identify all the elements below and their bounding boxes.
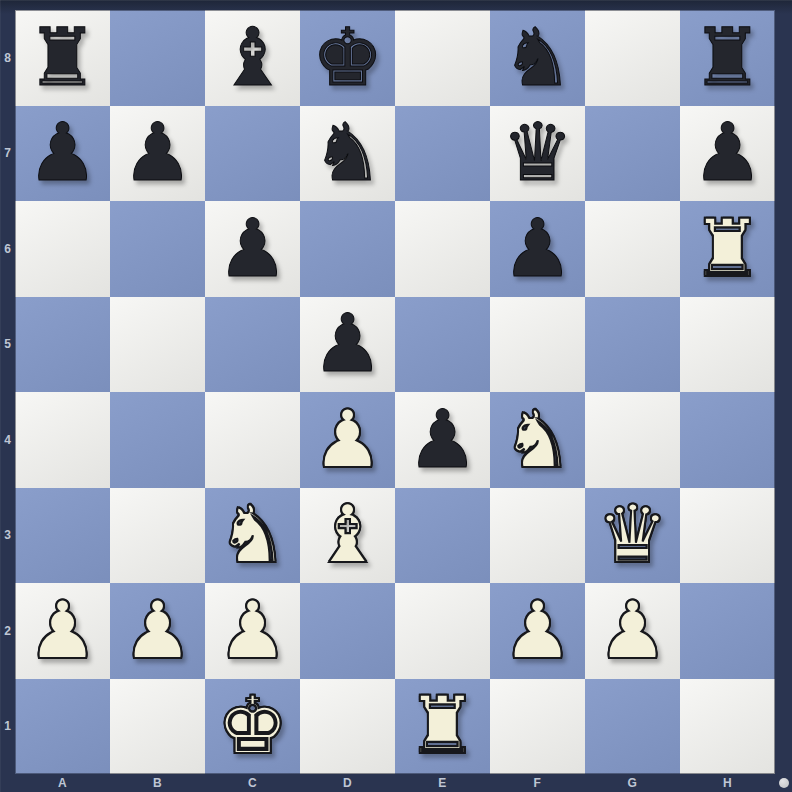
black-pawn[interactable]: ♟ — [407, 400, 479, 480]
square-g3[interactable]: ♛ — [585, 488, 680, 584]
square-g8[interactable] — [585, 10, 680, 106]
corner-dot-cell — [775, 774, 792, 792]
square-h8[interactable]: ♜ — [680, 10, 775, 106]
square-g5[interactable] — [585, 297, 680, 393]
square-c5[interactable] — [205, 297, 300, 393]
rank-label-7: 7 — [0, 106, 15, 202]
square-g7[interactable] — [585, 106, 680, 202]
black-rook[interactable]: ♜ — [27, 18, 99, 98]
square-d8[interactable]: ♚ — [300, 10, 395, 106]
rank-label-1: 1 — [0, 679, 15, 775]
square-e8[interactable] — [395, 10, 490, 106]
file-label-f: F — [490, 774, 585, 792]
white-pawn[interactable]: ♟ — [597, 591, 669, 671]
square-a2[interactable]: ♟ — [15, 583, 110, 679]
square-g6[interactable] — [585, 201, 680, 297]
square-d1[interactable] — [300, 679, 395, 775]
file-label-b: B — [110, 774, 205, 792]
square-d7[interactable]: ♞ — [300, 106, 395, 202]
square-g2[interactable]: ♟ — [585, 583, 680, 679]
black-pawn[interactable]: ♟ — [312, 304, 384, 384]
square-b8[interactable] — [110, 10, 205, 106]
square-h7[interactable]: ♟ — [680, 106, 775, 202]
rank-label-4: 4 — [0, 392, 15, 488]
square-a8[interactable]: ♜ — [15, 10, 110, 106]
square-c6[interactable]: ♟ — [205, 201, 300, 297]
square-c1[interactable]: ♚ — [205, 679, 300, 775]
square-h4[interactable] — [680, 392, 775, 488]
square-h6[interactable]: ♜ — [680, 201, 775, 297]
square-e7[interactable] — [395, 106, 490, 202]
chess-board-frame: 87654321ABCDEFGH♜♝♚♞♜♟♟♞♛♟♟♟♜♟♟♟♞♞♝♛♟♟♟♟… — [0, 0, 792, 792]
square-b7[interactable]: ♟ — [110, 106, 205, 202]
black-queen[interactable]: ♛ — [502, 113, 574, 193]
file-label-g: G — [585, 774, 680, 792]
square-c8[interactable]: ♝ — [205, 10, 300, 106]
square-g1[interactable] — [585, 679, 680, 775]
square-e1[interactable]: ♜ — [395, 679, 490, 775]
square-f1[interactable] — [490, 679, 585, 775]
square-f2[interactable]: ♟ — [490, 583, 585, 679]
square-b3[interactable] — [110, 488, 205, 584]
black-knight[interactable]: ♞ — [312, 113, 384, 193]
file-label-e: E — [395, 774, 490, 792]
square-f5[interactable] — [490, 297, 585, 393]
square-f4[interactable]: ♞ — [490, 392, 585, 488]
square-f8[interactable]: ♞ — [490, 10, 585, 106]
white-knight[interactable]: ♞ — [502, 400, 574, 480]
white-pawn[interactable]: ♟ — [312, 400, 384, 480]
black-knight[interactable]: ♞ — [502, 18, 574, 98]
square-a4[interactable] — [15, 392, 110, 488]
rank-label-6: 6 — [0, 201, 15, 297]
square-e4[interactable]: ♟ — [395, 392, 490, 488]
white-rook[interactable]: ♜ — [692, 209, 764, 289]
black-pawn[interactable]: ♟ — [27, 113, 99, 193]
square-d4[interactable]: ♟ — [300, 392, 395, 488]
rank-label-8: 8 — [0, 10, 15, 106]
square-e5[interactable] — [395, 297, 490, 393]
square-c2[interactable]: ♟ — [205, 583, 300, 679]
square-a1[interactable] — [15, 679, 110, 775]
file-label-c: C — [205, 774, 300, 792]
black-bishop[interactable]: ♝ — [217, 18, 289, 98]
white-king[interactable]: ♚ — [217, 686, 289, 766]
square-h2[interactable] — [680, 583, 775, 679]
square-e3[interactable] — [395, 488, 490, 584]
square-e2[interactable] — [395, 583, 490, 679]
white-bishop[interactable]: ♝ — [312, 495, 384, 575]
file-label-h: H — [680, 774, 775, 792]
black-pawn[interactable]: ♟ — [122, 113, 194, 193]
square-h3[interactable] — [680, 488, 775, 584]
black-king[interactable]: ♚ — [312, 18, 384, 98]
square-c4[interactable] — [205, 392, 300, 488]
square-d2[interactable] — [300, 583, 395, 679]
file-label-a: A — [15, 774, 110, 792]
square-g4[interactable] — [585, 392, 680, 488]
square-b6[interactable] — [110, 201, 205, 297]
white-queen[interactable]: ♛ — [597, 495, 669, 575]
white-knight[interactable]: ♞ — [217, 495, 289, 575]
square-d5[interactable]: ♟ — [300, 297, 395, 393]
rank-label-5: 5 — [0, 297, 15, 393]
white-pawn[interactable]: ♟ — [122, 591, 194, 671]
file-label-d: D — [300, 774, 395, 792]
square-e6[interactable] — [395, 201, 490, 297]
white-pawn[interactable]: ♟ — [217, 591, 289, 671]
square-b4[interactable] — [110, 392, 205, 488]
square-c3[interactable]: ♞ — [205, 488, 300, 584]
black-pawn[interactable]: ♟ — [692, 113, 764, 193]
square-f3[interactable] — [490, 488, 585, 584]
square-b5[interactable] — [110, 297, 205, 393]
square-c7[interactable] — [205, 106, 300, 202]
white-pawn[interactable]: ♟ — [502, 591, 574, 671]
rank-label-3: 3 — [0, 488, 15, 584]
square-a5[interactable] — [15, 297, 110, 393]
square-f7[interactable]: ♛ — [490, 106, 585, 202]
black-pawn[interactable]: ♟ — [502, 209, 574, 289]
square-h5[interactable] — [680, 297, 775, 393]
square-d6[interactable] — [300, 201, 395, 297]
square-f6[interactable]: ♟ — [490, 201, 585, 297]
square-a6[interactable] — [15, 201, 110, 297]
square-a7[interactable]: ♟ — [15, 106, 110, 202]
white-rook[interactable]: ♜ — [407, 686, 479, 766]
black-rook[interactable]: ♜ — [692, 18, 764, 98]
square-h1[interactable] — [680, 679, 775, 775]
square-a3[interactable] — [15, 488, 110, 584]
corner-dot — [779, 778, 789, 788]
rank-label-2: 2 — [0, 583, 15, 679]
square-d3[interactable]: ♝ — [300, 488, 395, 584]
square-b2[interactable]: ♟ — [110, 583, 205, 679]
square-b1[interactable] — [110, 679, 205, 775]
white-pawn[interactable]: ♟ — [27, 591, 99, 671]
black-pawn[interactable]: ♟ — [217, 209, 289, 289]
